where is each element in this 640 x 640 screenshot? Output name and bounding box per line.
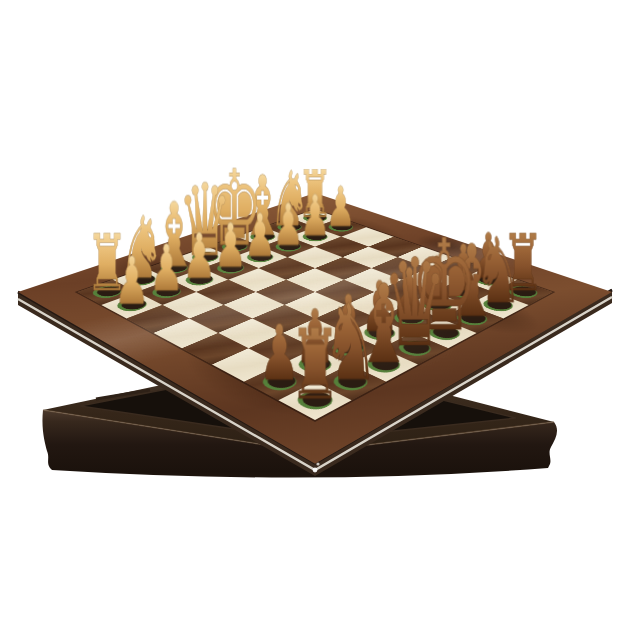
corner-glint-2 [316, 462, 319, 465]
square: ♜ [278, 382, 351, 420]
square [127, 305, 190, 333]
corner-glint [313, 468, 318, 473]
chess-set-photo: ♜♟♟♜♞♟♟♞♝♟♟♝♚♟♟♚♛♟♟♛♝♟♟♝♞♟♟♞♜♟♟♜ [0, 0, 640, 640]
piece-white-pawn: ♟ [76, 248, 187, 314]
piece-black-rook: ♜ [248, 317, 381, 413]
